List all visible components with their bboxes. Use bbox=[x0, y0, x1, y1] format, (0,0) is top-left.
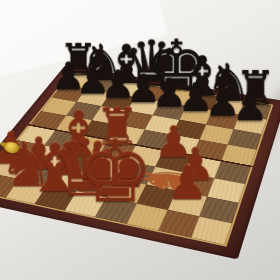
square-h1[interactable] bbox=[191, 216, 232, 244]
board-grid: ♜♞♝♛♚♝♞♜♟♟♟♟♟♟♟♟♜♟♝♞♟♟♟♟♟♟♟♜♞♝♛♚ bbox=[0, 73, 271, 245]
scene: ♜♞♝♛♚♝♞♜♟♟♟♟♟♟♟♟♜♟♝♞♟♟♟♟♟♟♟♜♞♝♛♚ bbox=[6, 15, 266, 275]
piece-glyph: ♟ bbox=[166, 161, 208, 205]
piece-glyph: ♚ bbox=[77, 131, 154, 212]
chess-set-photo: ♜♞♝♛♚♝♞♜♟♟♟♟♟♟♟♟♜♟♝♞♟♟♟♟♟♟♟♜♞♝♛♚ bbox=[0, 0, 280, 280]
chess-board: ♜♞♝♛♚♝♞♜♟♟♟♟♟♟♟♟♜♟♝♞♟♟♟♟♟♟♟♜♞♝♛♚ bbox=[0, 65, 280, 259]
piece-glyph: ♟ bbox=[231, 88, 267, 126]
board-frame: ♜♞♝♛♚♝♞♜♟♟♟♟♟♟♟♟♜♟♝♞♟♟♟♟♟♟♟♜♞♝♛♚ bbox=[0, 72, 273, 247]
